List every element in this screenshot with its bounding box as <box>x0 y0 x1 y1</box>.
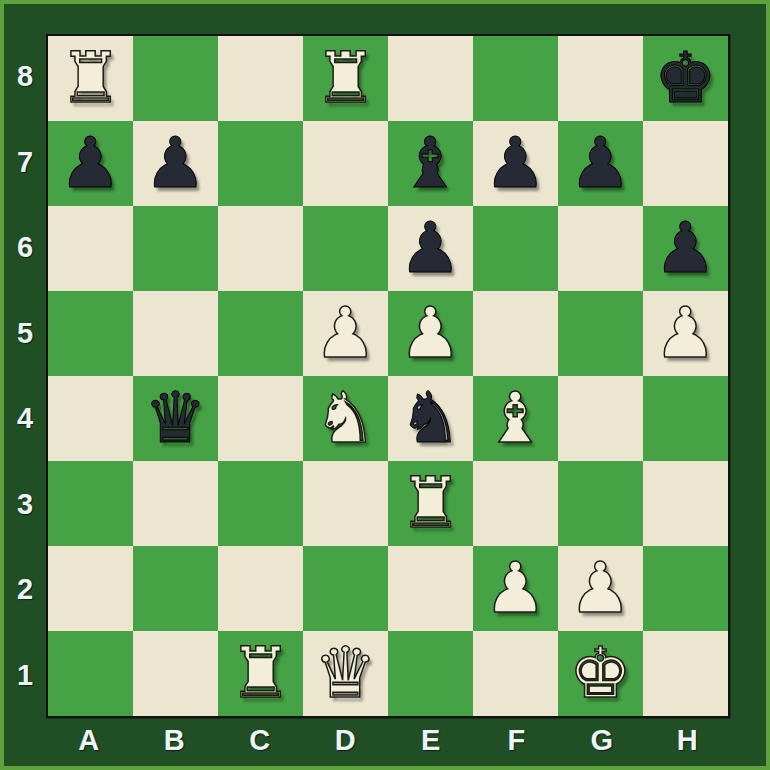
piece-black-pawn[interactable]: ♟ <box>654 206 717 291</box>
square-a3[interactable] <box>48 461 133 546</box>
piece-white-rook[interactable]: ♜ <box>59 36 122 121</box>
square-c4[interactable] <box>218 376 303 461</box>
square-a6[interactable] <box>48 206 133 291</box>
file-label-a: A <box>46 718 132 762</box>
square-b7[interactable]: ♟ <box>133 121 218 206</box>
square-h3[interactable] <box>643 461 728 546</box>
square-h2[interactable] <box>643 546 728 631</box>
square-f6[interactable] <box>473 206 558 291</box>
piece-white-king[interactable]: ♚ <box>569 631 632 716</box>
square-d5[interactable]: ♟ <box>303 291 388 376</box>
file-label-f: F <box>474 718 560 762</box>
square-c1[interactable]: ♜ <box>218 631 303 716</box>
piece-white-rook[interactable]: ♜ <box>399 461 462 546</box>
piece-black-king[interactable]: ♚ <box>654 36 717 121</box>
file-label-b: B <box>132 718 218 762</box>
square-b6[interactable] <box>133 206 218 291</box>
square-a1[interactable] <box>48 631 133 716</box>
square-d3[interactable] <box>303 461 388 546</box>
piece-white-pawn[interactable]: ♟ <box>314 291 377 376</box>
square-g1[interactable]: ♚ <box>558 631 643 716</box>
square-g8[interactable] <box>558 36 643 121</box>
square-a2[interactable] <box>48 546 133 631</box>
file-label-h: H <box>645 718 731 762</box>
square-e8[interactable] <box>388 36 473 121</box>
square-g6[interactable] <box>558 206 643 291</box>
square-h7[interactable] <box>643 121 728 206</box>
square-c3[interactable] <box>218 461 303 546</box>
square-d1[interactable]: ♛ <box>303 631 388 716</box>
file-label-g: G <box>559 718 645 762</box>
square-h5[interactable]: ♟ <box>643 291 728 376</box>
piece-black-bishop[interactable]: ♝ <box>399 121 462 206</box>
square-h6[interactable]: ♟ <box>643 206 728 291</box>
square-a8[interactable]: ♜ <box>48 36 133 121</box>
square-e1[interactable] <box>388 631 473 716</box>
file-labels: ABCDEFGH <box>46 718 730 762</box>
chess-board[interactable]: ♜♜♚♟♟♝♟♟♟♟♟♟♟♛♞♞♝♜♟♟♜♛♚ <box>46 34 730 718</box>
square-f1[interactable] <box>473 631 558 716</box>
rank-labels: 87654321 <box>4 34 46 718</box>
square-f8[interactable] <box>473 36 558 121</box>
square-d7[interactable] <box>303 121 388 206</box>
square-f7[interactable]: ♟ <box>473 121 558 206</box>
piece-black-queen[interactable]: ♛ <box>144 376 207 461</box>
rank-label-6: 6 <box>4 205 46 291</box>
piece-black-pawn[interactable]: ♟ <box>144 121 207 206</box>
square-b4[interactable]: ♛ <box>133 376 218 461</box>
square-d6[interactable] <box>303 206 388 291</box>
file-label-e: E <box>388 718 474 762</box>
rank-label-7: 7 <box>4 120 46 206</box>
square-g4[interactable] <box>558 376 643 461</box>
square-b3[interactable] <box>133 461 218 546</box>
square-g3[interactable] <box>558 461 643 546</box>
rank-label-2: 2 <box>4 547 46 633</box>
square-c2[interactable] <box>218 546 303 631</box>
piece-white-pawn[interactable]: ♟ <box>484 546 547 631</box>
square-h4[interactable] <box>643 376 728 461</box>
rank-label-8: 8 <box>4 34 46 120</box>
square-a7[interactable]: ♟ <box>48 121 133 206</box>
square-g7[interactable]: ♟ <box>558 121 643 206</box>
piece-white-pawn[interactable]: ♟ <box>399 291 462 376</box>
piece-white-bishop[interactable]: ♝ <box>484 376 547 461</box>
rank-label-1: 1 <box>4 633 46 719</box>
square-a5[interactable] <box>48 291 133 376</box>
square-b5[interactable] <box>133 291 218 376</box>
piece-white-queen[interactable]: ♛ <box>314 631 377 716</box>
chess-diagram: 87654321 ♜♜♚♟♟♝♟♟♟♟♟♟♟♛♞♞♝♜♟♟♜♛♚ ABCDEFG… <box>0 0 770 770</box>
square-c6[interactable] <box>218 206 303 291</box>
square-e3[interactable]: ♜ <box>388 461 473 546</box>
square-h8[interactable]: ♚ <box>643 36 728 121</box>
piece-black-pawn[interactable]: ♟ <box>399 206 462 291</box>
square-g5[interactable] <box>558 291 643 376</box>
square-f4[interactable]: ♝ <box>473 376 558 461</box>
square-d8[interactable]: ♜ <box>303 36 388 121</box>
square-c8[interactable] <box>218 36 303 121</box>
rank-label-4: 4 <box>4 376 46 462</box>
square-c7[interactable] <box>218 121 303 206</box>
square-g2[interactable]: ♟ <box>558 546 643 631</box>
square-e4[interactable]: ♞ <box>388 376 473 461</box>
square-a4[interactable] <box>48 376 133 461</box>
file-label-c: C <box>217 718 303 762</box>
piece-white-knight[interactable]: ♞ <box>314 376 377 461</box>
piece-black-pawn[interactable]: ♟ <box>569 121 632 206</box>
square-b2[interactable] <box>133 546 218 631</box>
square-e6[interactable]: ♟ <box>388 206 473 291</box>
square-f2[interactable]: ♟ <box>473 546 558 631</box>
piece-white-rook[interactable]: ♜ <box>229 631 292 716</box>
square-d4[interactable]: ♞ <box>303 376 388 461</box>
square-e7[interactable]: ♝ <box>388 121 473 206</box>
square-c5[interactable] <box>218 291 303 376</box>
rank-label-5: 5 <box>4 291 46 377</box>
square-e5[interactable]: ♟ <box>388 291 473 376</box>
square-f3[interactable] <box>473 461 558 546</box>
piece-white-pawn[interactable]: ♟ <box>569 546 632 631</box>
piece-white-rook[interactable]: ♜ <box>314 36 377 121</box>
square-d2[interactable] <box>303 546 388 631</box>
square-b1[interactable] <box>133 631 218 716</box>
square-f5[interactable] <box>473 291 558 376</box>
rank-label-3: 3 <box>4 462 46 548</box>
piece-black-pawn[interactable]: ♟ <box>59 121 122 206</box>
piece-white-pawn[interactable]: ♟ <box>654 291 717 376</box>
square-e2[interactable] <box>388 546 473 631</box>
piece-black-knight[interactable]: ♞ <box>399 376 462 461</box>
square-b8[interactable] <box>133 36 218 121</box>
square-h1[interactable] <box>643 631 728 716</box>
file-label-d: D <box>303 718 389 762</box>
piece-black-pawn[interactable]: ♟ <box>484 121 547 206</box>
